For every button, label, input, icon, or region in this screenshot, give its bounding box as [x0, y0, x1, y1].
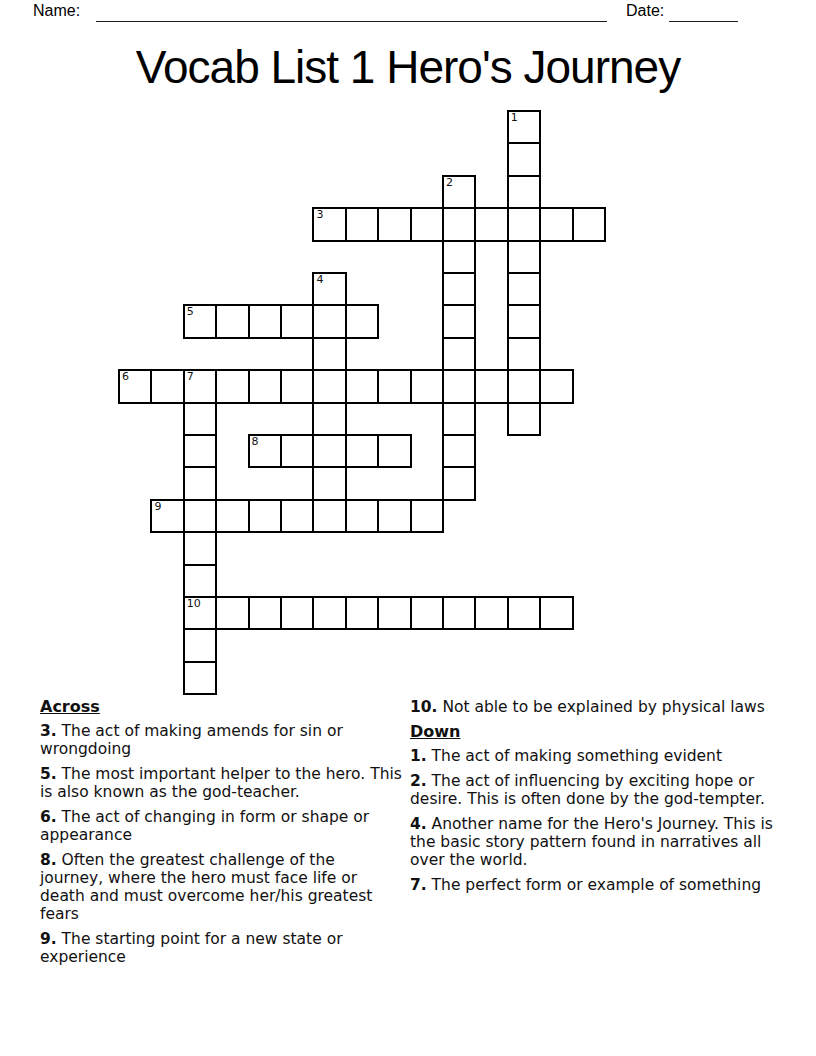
grid-cell[interactable]	[442, 240, 476, 274]
grid-cell[interactable]	[507, 272, 541, 306]
name-label: Name:	[33, 2, 80, 20]
grid-cell[interactable]: 10	[183, 596, 217, 630]
grid-cell[interactable]	[410, 596, 444, 630]
grid-cell[interactable]	[507, 175, 541, 209]
grid-cell[interactable]	[280, 369, 314, 403]
clue-text: The act of making something evident	[427, 747, 722, 765]
clue-text: The act of changing in form or shape or …	[40, 808, 369, 844]
clue-item: 10. Not able to be explained by physical…	[410, 698, 790, 716]
grid-cell[interactable]	[442, 337, 476, 371]
grid-cell[interactable]	[442, 434, 476, 468]
grid-cell-number: 2	[446, 177, 453, 189]
clue-item: 7. The perfect form or example of someth…	[410, 876, 790, 894]
grid-cell[interactable]	[183, 531, 217, 565]
clue-text: The act of making amends for sin or wron…	[40, 722, 343, 758]
clue-text: The starting point for a new state or ex…	[40, 930, 343, 966]
grid-cell[interactable]: 4	[312, 272, 346, 306]
clue-item: 2. The act of influencing by exciting ho…	[410, 772, 790, 808]
grid-cell[interactable]	[507, 337, 541, 371]
grid-cell[interactable]	[377, 207, 411, 241]
clue-number: 3.	[40, 722, 57, 740]
clue-number: 8.	[40, 851, 57, 869]
grid-cell[interactable]	[507, 369, 541, 403]
grid-cell[interactable]	[312, 369, 346, 403]
grid-cell[interactable]	[442, 596, 476, 630]
grid-cell[interactable]	[280, 499, 314, 533]
grid-cell-number: 5	[187, 306, 194, 318]
clue-item: 1. The act of making something evident	[410, 747, 790, 765]
clue-text: The act of influencing by exciting hope …	[410, 772, 765, 808]
clue-item: 4. Another name for the Hero's Journey. …	[410, 815, 790, 869]
clue-item: 8. Often the greatest challenge of the j…	[40, 851, 402, 923]
grid-cell[interactable]	[410, 207, 444, 241]
grid-cell[interactable]	[507, 207, 541, 241]
grid-cell[interactable]	[183, 661, 217, 695]
grid-cell[interactable]	[248, 304, 282, 338]
grid-cell[interactable]	[507, 304, 541, 338]
grid-cell[interactable]	[150, 369, 184, 403]
grid-cell[interactable]	[539, 369, 573, 403]
date-label: Date:	[626, 2, 664, 20]
clues-left-column: Across 3. The act of making amends for s…	[40, 698, 402, 973]
across-clue-list-continued: 10. Not able to be explained by physical…	[410, 698, 790, 716]
grid-cell[interactable]	[539, 596, 573, 630]
grid-cell[interactable]	[248, 369, 282, 403]
grid-cell[interactable]	[280, 304, 314, 338]
clue-number: 2.	[410, 772, 427, 790]
grid-cell[interactable]: 7	[183, 369, 217, 403]
clue-number: 10.	[410, 698, 437, 716]
clue-text: Not able to be explained by physical law…	[437, 698, 764, 716]
clue-number: 4.	[410, 815, 427, 833]
grid-cell[interactable]	[248, 596, 282, 630]
grid-cell[interactable]	[312, 337, 346, 371]
grid-cell[interactable]	[539, 207, 573, 241]
clue-text: Another name for the Hero's Journey. Thi…	[410, 815, 773, 869]
grid-cell[interactable]: 3	[312, 207, 346, 241]
grid-cell[interactable]	[345, 207, 379, 241]
grid-cell[interactable]	[377, 369, 411, 403]
grid-cell-number: 4	[316, 274, 323, 286]
grid-cell[interactable]	[312, 466, 346, 500]
grid-cell[interactable]	[474, 369, 508, 403]
grid-cell[interactable]	[345, 499, 379, 533]
clue-item: 3. The act of making amends for sin or w…	[40, 722, 402, 758]
clue-text: The most important helper to the hero. T…	[40, 765, 402, 801]
grid-cell[interactable]: 2	[442, 175, 476, 209]
grid-cell[interactable]	[183, 499, 217, 533]
grid-cell-number: 1	[511, 112, 518, 124]
grid-cell-number: 3	[316, 209, 323, 221]
grid-cell[interactable]: 9	[150, 499, 184, 533]
down-clue-list: 1. The act of making something evident2.…	[410, 747, 790, 894]
grid-cell[interactable]	[507, 240, 541, 274]
grid-cell[interactable]	[507, 596, 541, 630]
grid-cell[interactable]	[345, 304, 379, 338]
grid-cell[interactable]	[312, 499, 346, 533]
clue-number: 7.	[410, 876, 427, 894]
grid-cell[interactable]	[215, 304, 249, 338]
grid-cell[interactable]	[442, 369, 476, 403]
grid-cell[interactable]	[507, 402, 541, 436]
grid-cell[interactable]	[312, 596, 346, 630]
clue-number: 9.	[40, 930, 57, 948]
crossword-grid: 12345671089	[118, 110, 606, 696]
date-input-line[interactable]	[669, 4, 738, 22]
grid-cell[interactable]	[183, 434, 217, 468]
grid-cell[interactable]	[442, 272, 476, 306]
grid-cell[interactable]	[410, 499, 444, 533]
page-title: Vocab List 1 Hero's Journey	[0, 40, 816, 94]
grid-cell[interactable]	[474, 596, 508, 630]
grid-cell[interactable]	[377, 499, 411, 533]
grid-cell[interactable]	[183, 564, 217, 598]
grid-cell[interactable]	[345, 434, 379, 468]
clues-right-column: 10. Not able to be explained by physical…	[410, 698, 790, 901]
grid-cell[interactable]	[377, 596, 411, 630]
grid-cell[interactable]	[183, 402, 217, 436]
grid-cell[interactable]	[215, 596, 249, 630]
worksheet-page: Name: Date: Vocab List 1 Hero's Journey …	[0, 0, 816, 1056]
grid-cell[interactable]	[442, 466, 476, 500]
clue-number: 6.	[40, 808, 57, 826]
grid-cell[interactable]	[312, 434, 346, 468]
grid-cell[interactable]	[442, 207, 476, 241]
grid-cell-number: 10	[187, 598, 201, 610]
grid-cell[interactable]	[215, 499, 249, 533]
clue-number: 5.	[40, 765, 57, 783]
grid-cell[interactable]	[345, 369, 379, 403]
grid-cell[interactable]	[474, 207, 508, 241]
grid-cell[interactable]	[312, 304, 346, 338]
grid-cell-number: 8	[252, 436, 259, 448]
grid-cell[interactable]	[442, 402, 476, 436]
clue-text: Often the greatest challenge of the jour…	[40, 851, 372, 923]
grid-cell[interactable]: 8	[248, 434, 282, 468]
grid-cell[interactable]: 6	[118, 369, 152, 403]
grid-cell-number: 7	[187, 371, 194, 383]
grid-cell[interactable]	[442, 304, 476, 338]
grid-cell[interactable]	[572, 207, 606, 241]
grid-cell-number: 9	[154, 501, 161, 513]
clue-number: 1.	[410, 747, 427, 765]
across-clue-list: 3. The act of making amends for sin or w…	[40, 722, 402, 966]
grid-cell[interactable]	[410, 369, 444, 403]
clue-item: 9. The starting point for a new state or…	[40, 930, 402, 966]
grid-cell[interactable]	[280, 596, 314, 630]
grid-cell[interactable]	[248, 499, 282, 533]
clue-item: 6. The act of changing in form or shape …	[40, 808, 402, 844]
across-header: Across	[40, 698, 402, 716]
clue-item: 5. The most important helper to the hero…	[40, 765, 402, 801]
grid-cell[interactable]: 5	[183, 304, 217, 338]
grid-cell[interactable]	[345, 596, 379, 630]
grid-cell[interactable]	[507, 142, 541, 176]
grid-cell[interactable]	[280, 434, 314, 468]
grid-cell-number: 6	[122, 371, 129, 383]
clue-text: The perfect form or example of something	[427, 876, 761, 894]
name-input-line[interactable]	[96, 4, 607, 22]
grid-cell[interactable]	[183, 466, 217, 500]
down-header: Down	[410, 723, 790, 741]
grid-cell[interactable]	[215, 369, 249, 403]
grid-cell[interactable]	[312, 402, 346, 436]
grid-cell[interactable]: 1	[507, 110, 541, 144]
grid-cell[interactable]	[377, 434, 411, 468]
grid-cell[interactable]	[183, 628, 217, 662]
